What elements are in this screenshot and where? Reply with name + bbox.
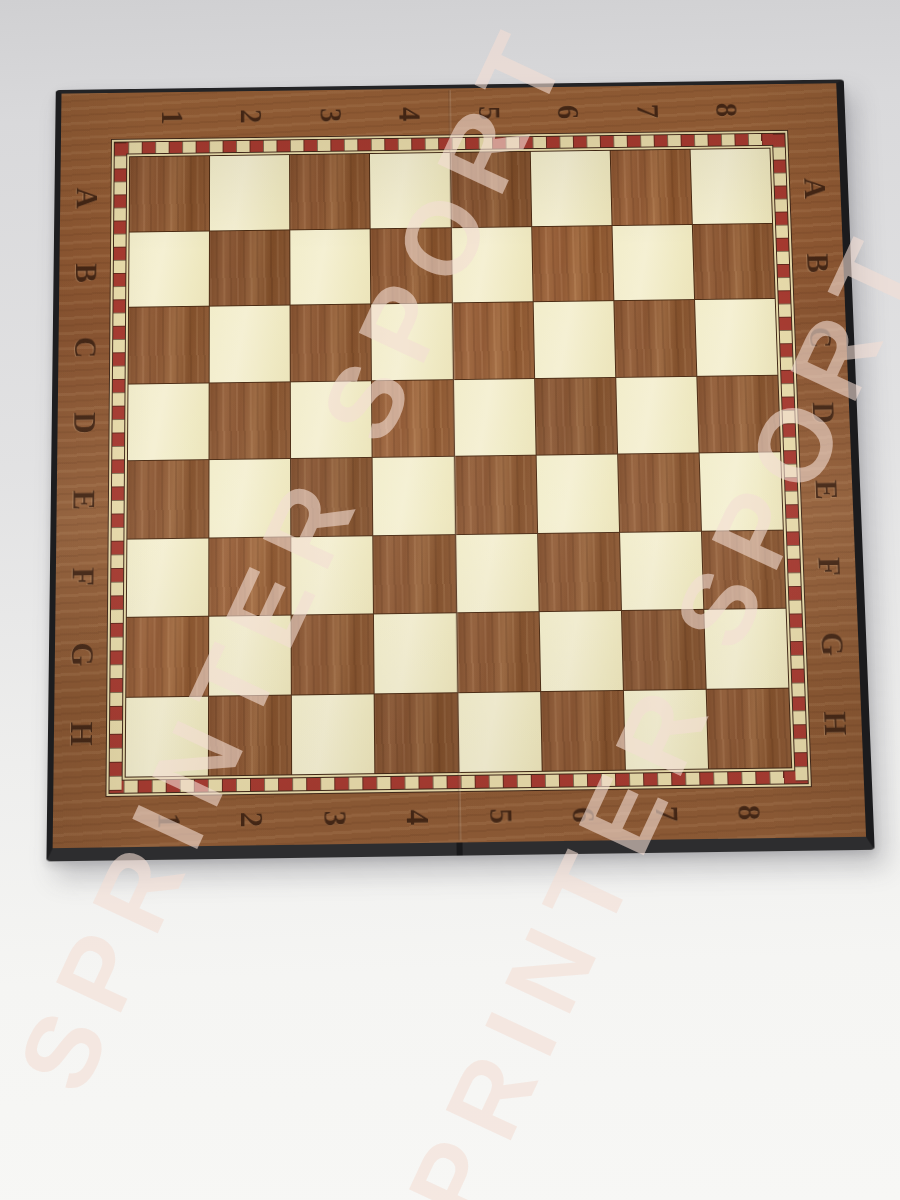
square-c6: [533, 301, 615, 377]
coord-label: 3: [316, 108, 346, 123]
coord-label: 4: [402, 809, 433, 825]
coord-label: 1: [157, 110, 187, 125]
coord-label: 2: [236, 109, 266, 124]
coord-cell: G: [59, 615, 104, 694]
square-e8: [700, 452, 783, 530]
coord-cell: 7: [607, 91, 687, 131]
coord-cell: A: [792, 151, 837, 225]
board-face: 12345678 12345678 ABCDEFGH ABCDEFGH: [53, 83, 866, 848]
square-c3: [291, 304, 372, 380]
square-f6: [538, 532, 621, 611]
square-d1: [128, 383, 209, 460]
square-f8: [702, 530, 786, 609]
square-g1: [126, 617, 208, 697]
coord-cell: 4: [376, 794, 459, 840]
square-g2: [209, 616, 291, 696]
coord-label: 5: [485, 808, 516, 824]
coord-cell: 3: [291, 95, 370, 135]
coord-label: B: [70, 263, 100, 283]
square-d6: [535, 377, 617, 454]
square-c1: [128, 307, 208, 384]
coord-label: F: [67, 567, 98, 586]
coord-cell: B: [794, 225, 839, 300]
coord-cell: D: [62, 385, 106, 462]
square-a4: [370, 153, 450, 228]
coord-cell: C: [63, 310, 107, 386]
square-b4: [371, 228, 452, 304]
coords-left-letters: ABCDEFGH: [59, 161, 108, 773]
square-a6: [530, 151, 611, 226]
coord-cell: H: [811, 683, 858, 763]
coord-cell: A: [65, 161, 108, 235]
square-h4: [375, 693, 458, 773]
square-b1: [129, 231, 209, 307]
square-b2: [210, 230, 290, 306]
coord-label: G: [816, 632, 848, 656]
square-e2: [209, 459, 290, 537]
square-c7: [614, 300, 696, 376]
coord-label: 6: [553, 104, 583, 119]
square-c5: [452, 302, 533, 378]
coord-cell: 8: [707, 789, 791, 834]
coord-label: 7: [632, 103, 662, 118]
square-a8: [690, 149, 772, 224]
coord-cell: B: [64, 235, 107, 310]
coord-label: C: [804, 327, 835, 349]
square-h7: [624, 689, 708, 769]
coord-cell: 3: [293, 795, 376, 841]
square-d7: [616, 376, 698, 453]
square-c4: [372, 303, 453, 379]
coord-cell: 2: [210, 796, 293, 842]
square-h6: [541, 690, 625, 770]
square-e6: [536, 455, 619, 533]
board-grid: [125, 148, 793, 778]
grid-wrap: [122, 145, 796, 781]
square-a1: [130, 156, 210, 231]
coord-label: D: [69, 412, 100, 434]
coord-label: 3: [319, 810, 350, 826]
inner-border-frame: [105, 130, 811, 797]
product-photo-background: 12345678 12345678 ABCDEFGH ABCDEFGH SPRI…: [0, 0, 900, 1200]
coord-cell: H: [59, 694, 104, 774]
square-f1: [127, 538, 209, 617]
chess-board: 12345678 12345678 ABCDEFGH ABCDEFGH: [46, 80, 874, 862]
square-d8: [697, 375, 780, 452]
square-e1: [127, 460, 208, 538]
square-h3: [292, 694, 375, 774]
coord-cell: 8: [686, 90, 766, 130]
square-h2: [209, 695, 291, 775]
coord-label: D: [807, 402, 838, 424]
coords-top-numbers: 12345678: [132, 90, 767, 137]
square-h5: [458, 692, 541, 772]
coord-label: 8: [733, 804, 765, 820]
square-a7: [610, 150, 691, 225]
coord-cell: D: [800, 375, 846, 452]
coord-cell: E: [803, 451, 849, 528]
square-b8: [693, 223, 775, 299]
coord-label: 6: [568, 806, 599, 822]
square-f2: [209, 537, 291, 616]
square-e4: [373, 457, 455, 535]
coord-label: A: [799, 178, 830, 199]
coord-label: 8: [711, 102, 741, 117]
square-g3: [292, 614, 374, 694]
coord-label: 5: [474, 105, 504, 120]
coord-cell: 6: [542, 792, 626, 837]
square-g7: [622, 610, 706, 690]
coord-cell: F: [805, 528, 851, 606]
coord-cell: 5: [449, 93, 529, 133]
fold-notch: [456, 842, 462, 855]
square-d5: [454, 379, 536, 456]
square-b3: [291, 229, 371, 305]
square-h1: [126, 696, 209, 776]
coord-cell: G: [808, 605, 855, 684]
square-g4: [374, 613, 457, 693]
coord-label: G: [66, 643, 97, 667]
square-a2: [210, 155, 289, 230]
square-f5: [456, 533, 539, 612]
checker-pinstripe-border: [108, 133, 808, 794]
coord-cell: 4: [370, 94, 450, 134]
coord-cell: 1: [132, 97, 211, 137]
square-e3: [291, 458, 372, 536]
coord-label: E: [810, 479, 841, 499]
square-e5: [455, 456, 537, 534]
square-d4: [372, 380, 453, 457]
coord-label: E: [68, 489, 99, 509]
square-a3: [290, 154, 370, 229]
square-b5: [451, 227, 532, 303]
coords-bottom-numbers: 12345678: [127, 789, 791, 843]
square-f4: [374, 535, 456, 614]
square-b6: [532, 226, 613, 302]
square-f7: [620, 531, 703, 610]
coord-cell: 7: [624, 791, 708, 836]
coord-label: C: [70, 337, 100, 359]
coord-label: 4: [395, 106, 425, 121]
square-e7: [618, 453, 701, 531]
coord-cell: F: [60, 538, 104, 616]
square-g8: [704, 609, 788, 689]
coord-label: B: [802, 253, 833, 273]
square-c8: [695, 299, 777, 375]
coord-label: A: [71, 188, 101, 209]
square-b7: [612, 225, 694, 301]
coord-cell: 6: [528, 92, 608, 132]
coord-cell: C: [797, 300, 843, 376]
coord-label: 2: [236, 811, 267, 827]
square-g6: [539, 611, 622, 691]
square-f3: [292, 536, 374, 615]
square-c2: [210, 306, 290, 382]
square-d2: [210, 382, 291, 459]
coord-cell: 1: [127, 798, 210, 844]
coord-cell: 2: [212, 96, 291, 136]
coord-cell: 5: [459, 793, 543, 839]
square-h8: [707, 688, 792, 768]
square-d3: [291, 381, 372, 458]
square-a5: [450, 152, 530, 227]
coord-label: H: [819, 711, 851, 735]
coord-label: F: [813, 557, 844, 576]
coord-label: H: [65, 721, 96, 745]
coord-label: 7: [651, 805, 683, 821]
coord-label: 1: [153, 812, 184, 828]
square-g5: [457, 612, 540, 692]
coord-cell: E: [61, 461, 105, 538]
